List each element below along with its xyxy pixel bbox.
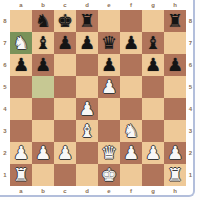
coord-g: g: [142, 2, 164, 8]
coord-d: d: [76, 2, 98, 8]
square-b7[interactable]: ♝: [32, 32, 54, 54]
piece-black-pawn[interactable]: ♟: [79, 32, 95, 54]
coord-a: a: [10, 188, 32, 194]
square-h5[interactable]: [164, 76, 186, 98]
square-b8[interactable]: ♞: [32, 10, 54, 32]
square-e6[interactable]: ♟: [98, 54, 120, 76]
square-b3[interactable]: [32, 120, 54, 142]
square-a3[interactable]: [10, 120, 32, 142]
square-f2[interactable]: ♟: [120, 142, 142, 164]
square-a8[interactable]: [10, 10, 32, 32]
square-e4[interactable]: [98, 98, 120, 120]
piece-black-pawn[interactable]: ♟: [13, 54, 29, 76]
square-d6[interactable]: [76, 54, 98, 76]
piece-black-pawn[interactable]: ♟: [35, 54, 51, 76]
board-card: abcdefgh 87654321 ♞♚♜♜♞♝♟♟♛♟♝♟♟♟♟♟♟♟♝♞♟♟…: [0, 0, 195, 197]
board: ♞♚♜♜♞♝♟♟♛♟♝♟♟♟♟♟♟♟♝♞♟♟♟♛♟♟♟♜♚♜: [10, 10, 186, 186]
square-d4[interactable]: ♟: [76, 98, 98, 120]
coord-3: 3: [3, 128, 6, 134]
piece-black-pawn[interactable]: ♟: [167, 54, 183, 76]
coord-6: 6: [189, 62, 192, 68]
coord-1: 1: [3, 172, 6, 178]
square-c3[interactable]: [54, 120, 76, 142]
piece-black-pawn[interactable]: ♟: [101, 54, 117, 76]
square-d1[interactable]: [76, 164, 98, 186]
coord-g: g: [142, 188, 164, 194]
square-h7[interactable]: [164, 32, 186, 54]
coord-e: e: [98, 188, 120, 194]
file-labels-top: abcdefgh: [10, 0, 186, 10]
square-d8[interactable]: ♜: [76, 10, 98, 32]
square-g7[interactable]: ♝: [142, 32, 164, 54]
square-e5[interactable]: ♟: [98, 76, 120, 98]
coord-5: 5: [3, 84, 6, 90]
square-e8[interactable]: [98, 10, 120, 32]
square-d7[interactable]: ♟: [76, 32, 98, 54]
square-a7[interactable]: ♞: [10, 32, 32, 54]
square-b1[interactable]: [32, 164, 54, 186]
coord-h: h: [164, 188, 186, 194]
square-e3[interactable]: [98, 120, 120, 142]
piece-black-king[interactable]: ♚: [57, 10, 73, 32]
square-c6[interactable]: [54, 54, 76, 76]
coord-8: 8: [3, 18, 6, 24]
square-h2[interactable]: ♟: [164, 142, 186, 164]
coord-1: 1: [189, 172, 192, 178]
square-f7[interactable]: ♟: [120, 32, 142, 54]
coord-2: 2: [189, 150, 192, 156]
piece-white-rook[interactable]: ♜: [13, 164, 29, 186]
corner-top-left: [0, 0, 10, 10]
piece-white-knight[interactable]: ♞: [123, 120, 139, 142]
coord-a: a: [10, 2, 32, 8]
square-c2[interactable]: ♟: [54, 142, 76, 164]
coord-7: 7: [3, 40, 6, 46]
piece-white-pawn[interactable]: ♟: [79, 98, 95, 120]
coord-h: h: [164, 2, 186, 8]
square-a5[interactable]: [10, 76, 32, 98]
square-f3[interactable]: ♞: [120, 120, 142, 142]
piece-white-king[interactable]: ♚: [101, 164, 117, 186]
coord-b: b: [32, 188, 54, 194]
rank-labels-left: 87654321: [0, 10, 10, 186]
coord-f: f: [120, 2, 142, 8]
coord-b: b: [32, 2, 54, 8]
coord-6: 6: [3, 62, 6, 68]
square-c8[interactable]: ♚: [54, 10, 76, 32]
piece-black-pawn[interactable]: ♟: [123, 32, 139, 54]
square-d3[interactable]: ♝: [76, 120, 98, 142]
coord-c: c: [54, 188, 76, 194]
square-e1[interactable]: ♚: [98, 164, 120, 186]
coord-8: 8: [189, 18, 192, 24]
coord-d: d: [76, 188, 98, 194]
square-a2[interactable]: ♟: [10, 142, 32, 164]
piece-white-pawn[interactable]: ♟: [13, 142, 29, 164]
piece-black-queen[interactable]: ♛: [101, 32, 117, 54]
square-b2[interactable]: ♟: [32, 142, 54, 164]
board-wrap: abcdefgh 87654321 ♞♚♜♜♞♝♟♟♛♟♝♟♟♟♟♟♟♟♝♞♟♟…: [0, 0, 193, 196]
piece-white-bishop[interactable]: ♝: [79, 120, 95, 142]
square-g4[interactable]: [142, 98, 164, 120]
square-c1[interactable]: [54, 164, 76, 186]
piece-white-pawn[interactable]: ♟: [167, 142, 183, 164]
piece-black-rook[interactable]: ♜: [167, 10, 183, 32]
file-labels-bottom: abcdefgh: [10, 186, 186, 196]
square-c7[interactable]: ♟: [54, 32, 76, 54]
square-d5[interactable]: [76, 76, 98, 98]
square-h1[interactable]: ♜: [164, 164, 186, 186]
square-g2[interactable]: ♟: [142, 142, 164, 164]
square-g3[interactable]: [142, 120, 164, 142]
square-g5[interactable]: [142, 76, 164, 98]
piece-white-queen[interactable]: ♛: [101, 142, 117, 164]
square-d2[interactable]: [76, 142, 98, 164]
square-a4[interactable]: [10, 98, 32, 120]
square-c5[interactable]: [54, 76, 76, 98]
square-g8[interactable]: [142, 10, 164, 32]
piece-black-bishop[interactable]: ♝: [145, 32, 161, 54]
piece-white-rook[interactable]: ♜: [167, 164, 183, 186]
piece-white-pawn[interactable]: ♟: [35, 142, 51, 164]
piece-black-pawn[interactable]: ♟: [145, 54, 161, 76]
square-b5[interactable]: [32, 76, 54, 98]
coord-5: 5: [189, 84, 192, 90]
piece-black-rook[interactable]: ♜: [79, 10, 95, 32]
square-g6[interactable]: ♟: [142, 54, 164, 76]
coord-c: c: [54, 2, 76, 8]
square-a1[interactable]: ♜: [10, 164, 32, 186]
square-b6[interactable]: ♟: [32, 54, 54, 76]
rank-labels-right: 87654321: [186, 10, 195, 186]
coord-e: e: [98, 2, 120, 8]
square-f4[interactable]: [120, 98, 142, 120]
square-h4[interactable]: [164, 98, 186, 120]
piece-black-knight[interactable]: ♞: [35, 10, 51, 32]
coord-2: 2: [3, 150, 6, 156]
square-c4[interactable]: [54, 98, 76, 120]
piece-white-pawn[interactable]: ♟: [123, 142, 139, 164]
piece-white-pawn[interactable]: ♟: [101, 76, 117, 98]
square-h3[interactable]: [164, 120, 186, 142]
coord-3: 3: [189, 128, 192, 134]
coord-4: 4: [189, 106, 192, 112]
square-f5[interactable]: [120, 76, 142, 98]
square-h8[interactable]: ♜: [164, 10, 186, 32]
piece-black-pawn[interactable]: ♟: [57, 32, 73, 54]
square-f8[interactable]: [120, 10, 142, 32]
coord-7: 7: [189, 40, 192, 46]
square-e2[interactable]: ♛: [98, 142, 120, 164]
square-e7[interactable]: ♛: [98, 32, 120, 54]
corner-bottom-left: [0, 186, 10, 196]
square-h6[interactable]: ♟: [164, 54, 186, 76]
square-f6[interactable]: [120, 54, 142, 76]
corner-bottom-right: [186, 186, 195, 196]
square-b4[interactable]: [32, 98, 54, 120]
coord-4: 4: [3, 106, 6, 112]
piece-white-pawn[interactable]: ♟: [57, 142, 73, 164]
piece-white-pawn[interactable]: ♟: [145, 142, 161, 164]
square-f1[interactable]: [120, 164, 142, 186]
coord-f: f: [120, 188, 142, 194]
corner-top-right: [186, 0, 195, 10]
piece-black-bishop[interactable]: ♝: [35, 32, 51, 54]
square-a6[interactable]: ♟: [10, 54, 32, 76]
square-g1[interactable]: [142, 164, 164, 186]
piece-white-knight[interactable]: ♞: [13, 32, 29, 54]
